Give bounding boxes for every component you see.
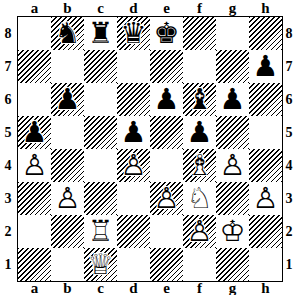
board-square-g7 bbox=[216, 50, 249, 83]
file-label-top-b: b bbox=[51, 0, 84, 16]
board-square-e8: ♚ bbox=[150, 17, 183, 50]
board-square-c6 bbox=[84, 83, 117, 116]
file-label-bottom-d: d bbox=[117, 281, 150, 295]
piece-white-bishop-fill-f4: ♝ bbox=[183, 149, 216, 182]
board-square-f2: ♟♙ bbox=[183, 215, 216, 248]
piece-black-pawn-f5: ♟ bbox=[183, 116, 216, 149]
board-square-d4: ♟♙ bbox=[117, 149, 150, 182]
board-square-a4: ♟♙ bbox=[18, 149, 51, 182]
file-label-bottom-g: g bbox=[216, 281, 249, 295]
rank-label-left-4: 4 bbox=[0, 149, 16, 182]
board-square-c2: ♜♖ bbox=[84, 215, 117, 248]
file-labels-top: abcdefgh bbox=[18, 0, 282, 16]
piece-white-knight-fill-f3: ♞ bbox=[183, 182, 216, 215]
board-square-f6: ♝ bbox=[183, 83, 216, 116]
rank-label-left-8: 8 bbox=[0, 17, 16, 50]
piece-white-king-g2: ♔ bbox=[216, 215, 249, 248]
rank-label-left-2: 2 bbox=[0, 215, 16, 248]
piece-black-pawn-d5: ♟ bbox=[117, 116, 150, 149]
board-square-d7 bbox=[117, 50, 150, 83]
piece-white-pawn-f2: ♙ bbox=[183, 215, 216, 248]
board-square-a8 bbox=[18, 17, 51, 50]
board-square-b7 bbox=[51, 50, 84, 83]
board-square-h7: ♟ bbox=[249, 50, 282, 83]
board-square-d2 bbox=[117, 215, 150, 248]
board-square-c1: ♛♕ bbox=[84, 248, 117, 281]
piece-black-pawn-b6: ♟ bbox=[51, 83, 84, 116]
rank-label-left-1: 1 bbox=[0, 248, 16, 281]
piece-white-pawn-fill-f2: ♟ bbox=[183, 215, 216, 248]
board-square-g4: ♟♙ bbox=[216, 149, 249, 182]
board-square-e2 bbox=[150, 215, 183, 248]
piece-white-rook-c2: ♖ bbox=[84, 215, 117, 248]
rank-label-right-1: 1 bbox=[283, 248, 295, 281]
board-square-a3 bbox=[18, 182, 51, 215]
board-square-a2 bbox=[18, 215, 51, 248]
piece-white-pawn-d4: ♙ bbox=[117, 149, 150, 182]
board-square-h5 bbox=[249, 116, 282, 149]
piece-white-pawn-fill-d4: ♟ bbox=[117, 149, 150, 182]
piece-white-bishop-f4: ♗ bbox=[183, 149, 216, 182]
piece-white-pawn-a4: ♙ bbox=[18, 149, 51, 182]
board-square-f3: ♞♘ bbox=[183, 182, 216, 215]
board-square-h1 bbox=[249, 248, 282, 281]
file-label-top-f: f bbox=[183, 0, 216, 16]
piece-black-pawn-a5: ♟ bbox=[18, 116, 51, 149]
piece-white-queen-fill-c1: ♛ bbox=[84, 248, 117, 281]
board-square-h6 bbox=[249, 83, 282, 116]
rank-label-left-3: 3 bbox=[0, 182, 16, 215]
board-square-b5 bbox=[51, 116, 84, 149]
board-square-e4 bbox=[150, 149, 183, 182]
piece-black-rook-c8: ♜ bbox=[84, 17, 117, 50]
rank-label-left-7: 7 bbox=[0, 50, 16, 83]
board-square-h4 bbox=[249, 149, 282, 182]
piece-black-pawn-e6: ♟ bbox=[150, 83, 183, 116]
piece-white-pawn-fill-b3: ♟ bbox=[51, 182, 84, 215]
rank-label-right-5: 5 bbox=[283, 116, 295, 149]
file-label-bottom-h: h bbox=[249, 281, 282, 295]
file-label-bottom-c: c bbox=[84, 281, 117, 295]
piece-white-queen-c1: ♕ bbox=[84, 248, 117, 281]
piece-white-pawn-g4: ♙ bbox=[216, 149, 249, 182]
board-square-a1 bbox=[18, 248, 51, 281]
piece-white-pawn-fill-e3: ♟ bbox=[150, 182, 183, 215]
file-label-top-d: d bbox=[117, 0, 150, 16]
board-square-f4: ♝♗ bbox=[183, 149, 216, 182]
piece-white-pawn-fill-g4: ♟ bbox=[216, 149, 249, 182]
rank-label-right-4: 4 bbox=[283, 149, 295, 182]
piece-black-pawn-h7: ♟ bbox=[249, 50, 282, 83]
board-square-f1 bbox=[183, 248, 216, 281]
rank-label-left-5: 5 bbox=[0, 116, 16, 149]
board-square-b6: ♟ bbox=[51, 83, 84, 116]
file-label-top-h: h bbox=[249, 0, 282, 16]
board-square-h8 bbox=[249, 17, 282, 50]
board-square-d5: ♟ bbox=[117, 116, 150, 149]
piece-black-king-e8: ♚ bbox=[150, 17, 183, 50]
rank-label-right-7: 7 bbox=[283, 50, 295, 83]
file-labels-bottom: abcdefgh bbox=[18, 281, 282, 295]
board-square-h3: ♟♙ bbox=[249, 182, 282, 215]
board-square-b3: ♟♙ bbox=[51, 182, 84, 215]
piece-white-king-fill-g2: ♚ bbox=[216, 215, 249, 248]
rank-label-right-6: 6 bbox=[283, 83, 295, 116]
board-square-c3 bbox=[84, 182, 117, 215]
board-square-b2 bbox=[51, 215, 84, 248]
board-square-e1 bbox=[150, 248, 183, 281]
board-square-b1 bbox=[51, 248, 84, 281]
board-square-e5 bbox=[150, 116, 183, 149]
board-square-h2 bbox=[249, 215, 282, 248]
file-label-bottom-f: f bbox=[183, 281, 216, 295]
board-square-g1 bbox=[216, 248, 249, 281]
rank-label-left-6: 6 bbox=[0, 83, 16, 116]
piece-black-queen-d8: ♛ bbox=[117, 17, 150, 50]
board-square-g5 bbox=[216, 116, 249, 149]
board-square-b8: ♞ bbox=[51, 17, 84, 50]
board-square-e7 bbox=[150, 50, 183, 83]
file-label-top-g: g bbox=[216, 0, 249, 16]
board-square-b4 bbox=[51, 149, 84, 182]
file-label-bottom-e: e bbox=[150, 281, 183, 295]
board-square-a6 bbox=[18, 83, 51, 116]
piece-white-pawn-e3: ♙ bbox=[150, 182, 183, 215]
piece-white-pawn-h3: ♙ bbox=[249, 182, 282, 215]
board-square-g3 bbox=[216, 182, 249, 215]
file-label-top-c: c bbox=[84, 0, 117, 16]
board-square-c8: ♜ bbox=[84, 17, 117, 50]
board-square-c4 bbox=[84, 149, 117, 182]
piece-black-knight-b8: ♞ bbox=[51, 17, 84, 50]
board-square-f7 bbox=[183, 50, 216, 83]
board-square-f5: ♟ bbox=[183, 116, 216, 149]
board-square-d3 bbox=[117, 182, 150, 215]
rank-labels-right: 87654321 bbox=[283, 17, 295, 281]
board-square-e3: ♟♙ bbox=[150, 182, 183, 215]
board-square-c5 bbox=[84, 116, 117, 149]
board-square-c7 bbox=[84, 50, 117, 83]
board-square-a7 bbox=[18, 50, 51, 83]
board-square-a5: ♟ bbox=[18, 116, 51, 149]
piece-white-pawn-b3: ♙ bbox=[51, 182, 84, 215]
piece-black-bishop-f6: ♝ bbox=[183, 83, 216, 116]
chess-diagram: abcdefgh abcdefgh 87654321 87654321 ♞♜♛♚… bbox=[0, 0, 295, 295]
rank-labels-left: 87654321 bbox=[0, 17, 16, 281]
board-square-g2: ♚♔ bbox=[216, 215, 249, 248]
rank-label-right-8: 8 bbox=[283, 17, 295, 50]
piece-white-rook-fill-c2: ♜ bbox=[84, 215, 117, 248]
piece-white-knight-f3: ♘ bbox=[183, 182, 216, 215]
piece-white-pawn-fill-h3: ♟ bbox=[249, 182, 282, 215]
board-square-g6: ♟ bbox=[216, 83, 249, 116]
board-square-e6: ♟ bbox=[150, 83, 183, 116]
file-label-bottom-a: a bbox=[18, 281, 51, 295]
board-square-f8 bbox=[183, 17, 216, 50]
board-square-d1 bbox=[117, 248, 150, 281]
file-label-top-e: e bbox=[150, 0, 183, 16]
rank-label-right-3: 3 bbox=[283, 182, 295, 215]
board-square-d6 bbox=[117, 83, 150, 116]
board-square-d8: ♛ bbox=[117, 17, 150, 50]
file-label-bottom-b: b bbox=[51, 281, 84, 295]
piece-black-pawn-g6: ♟ bbox=[216, 83, 249, 116]
file-label-top-a: a bbox=[18, 0, 51, 16]
chess-board: ♞♜♛♚♟♟♟♝♟♟♟♟♟♙♟♙♝♗♟♙♟♙♟♙♞♘♟♙♜♖♟♙♚♔♛♕ bbox=[17, 16, 283, 282]
piece-white-pawn-fill-a4: ♟ bbox=[18, 149, 51, 182]
rank-label-right-2: 2 bbox=[283, 215, 295, 248]
board-square-g8 bbox=[216, 17, 249, 50]
